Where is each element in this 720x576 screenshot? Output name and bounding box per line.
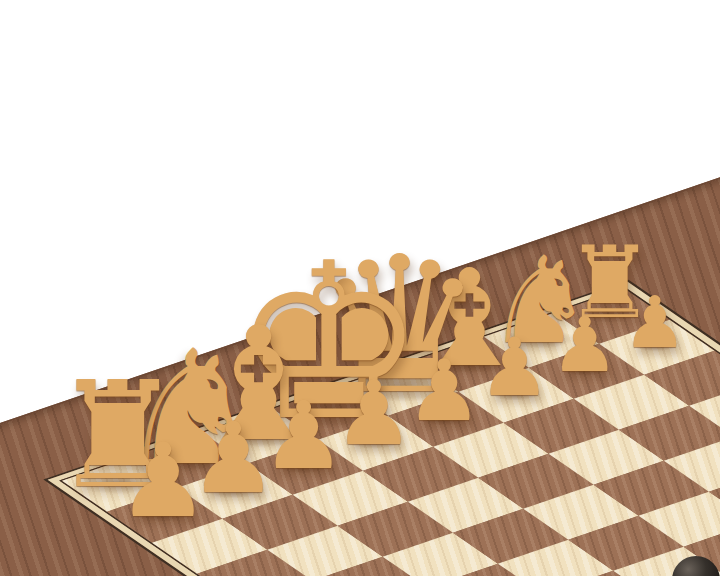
white-pawn-b2[interactable]: ♟ <box>551 308 619 384</box>
white-pawn-e2[interactable]: ♟ <box>334 369 414 458</box>
white-pawn-c2[interactable]: ♟ <box>479 328 551 408</box>
white-pawn-h2[interactable]: ♟ <box>117 430 209 532</box>
chess-photo-stage: ♜♞♝♛♚♝♞♜♟♟♟♟♟♟♟♟ <box>0 0 720 576</box>
white-pawn-a2[interactable]: ♟ <box>623 287 687 358</box>
white-pawn-d2[interactable]: ♟ <box>406 349 482 434</box>
pieces-layer: ♜♞♝♛♚♝♞♜♟♟♟♟♟♟♟♟ <box>0 0 720 576</box>
